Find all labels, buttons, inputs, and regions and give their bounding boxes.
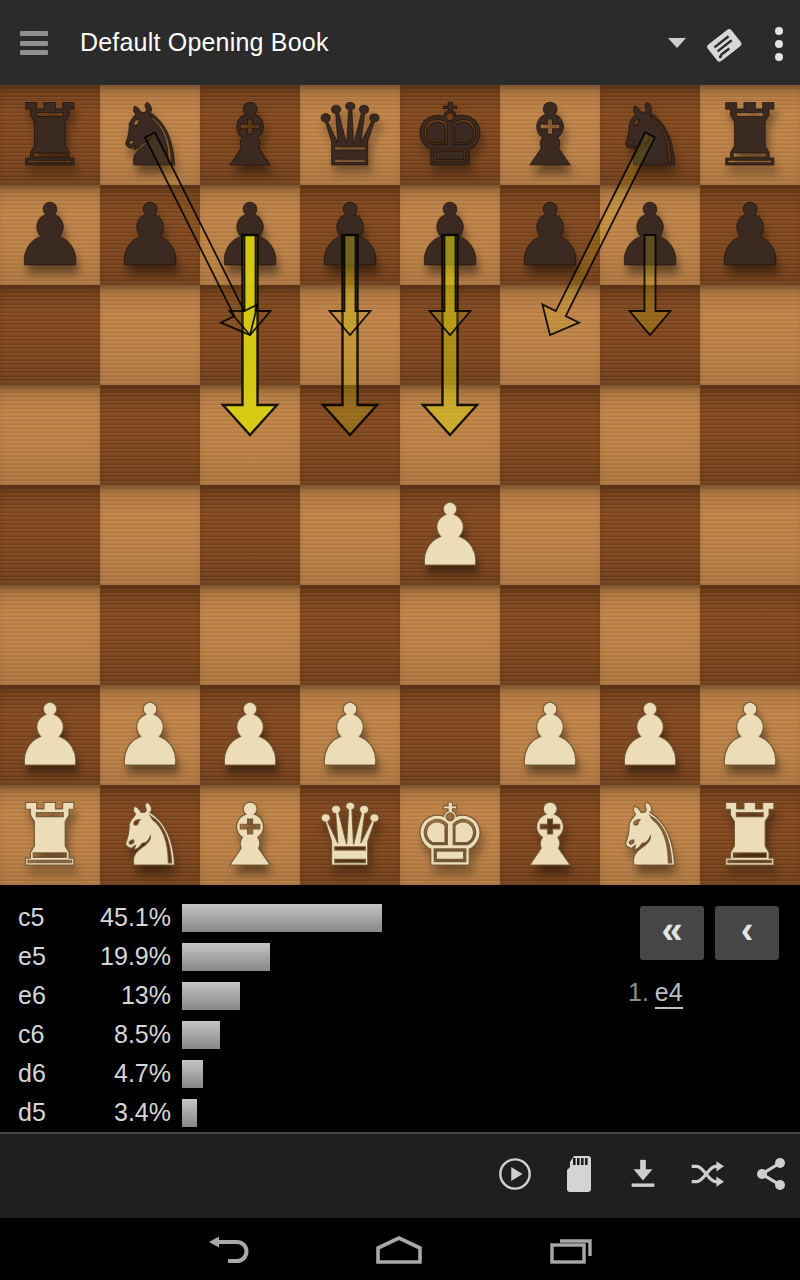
- white-pawn-c2[interactable]: ♟: [200, 685, 300, 785]
- black-bishop-c8[interactable]: ♝: [200, 85, 300, 185]
- black-pawn-c7[interactable]: ♟: [200, 185, 300, 285]
- shuffle-icon[interactable]: [690, 1155, 724, 1193]
- square-h4[interactable]: [700, 485, 800, 585]
- menu-icon[interactable]: [20, 31, 48, 55]
- square-e5[interactable]: [400, 385, 500, 485]
- square-f8[interactable]: ♝: [500, 85, 600, 185]
- square-h6[interactable]: [700, 285, 800, 385]
- book-row-e5[interactable]: e519.9%: [0, 937, 382, 976]
- white-knight-g1[interactable]: ♞: [600, 785, 700, 885]
- book-move-san[interactable]: e6: [0, 981, 76, 1010]
- book-move-bar: [182, 904, 382, 932]
- square-b2[interactable]: ♟: [100, 685, 200, 785]
- app-bar: Default Opening Book: [0, 0, 800, 85]
- square-f6[interactable]: [500, 285, 600, 385]
- square-a8[interactable]: ♜: [0, 85, 100, 185]
- book-move-bar: [182, 1021, 220, 1049]
- square-f2[interactable]: ♟: [500, 685, 600, 785]
- square-c4[interactable]: [200, 485, 300, 585]
- black-knight-b8[interactable]: ♞: [100, 85, 200, 185]
- share-icon[interactable]: [754, 1155, 788, 1193]
- square-c5[interactable]: [200, 385, 300, 485]
- book-title[interactable]: Default Opening Book: [80, 0, 329, 85]
- square-b3[interactable]: [100, 585, 200, 685]
- square-e3[interactable]: [400, 585, 500, 685]
- square-g2[interactable]: ♟: [600, 685, 700, 785]
- square-b1[interactable]: ♞: [100, 785, 200, 885]
- go-to-start-button[interactable]: «: [640, 906, 704, 960]
- square-b5[interactable]: [100, 385, 200, 485]
- black-pawn-h7[interactable]: ♟: [700, 185, 800, 285]
- book-move-percent: 8.5%: [76, 1020, 171, 1049]
- book-move-san[interactable]: c5: [0, 903, 76, 932]
- square-c1[interactable]: ♝: [200, 785, 300, 885]
- white-pawn-b2[interactable]: ♟: [100, 685, 200, 785]
- square-g5[interactable]: [600, 385, 700, 485]
- import-download-icon[interactable]: [626, 1155, 660, 1193]
- square-e6[interactable]: [400, 285, 500, 385]
- square-h1[interactable]: ♜: [700, 785, 800, 885]
- black-pawn-d7[interactable]: ♟: [300, 185, 400, 285]
- square-a5[interactable]: [0, 385, 100, 485]
- black-pawn-e7[interactable]: ♟: [400, 185, 500, 285]
- chess-board[interactable]: ♜♞♝♛♚♝♞♜♟♟♟♟♟♟♟♟♟♟♟♟♟♟♟♟♜♞♝♛♚♝♞♜: [0, 85, 800, 885]
- white-bishop-c1[interactable]: ♝: [200, 785, 300, 885]
- black-pawn-a7[interactable]: ♟: [0, 185, 100, 285]
- square-d3[interactable]: [300, 585, 400, 685]
- square-d6[interactable]: [300, 285, 400, 385]
- black-king-e8[interactable]: ♚: [400, 85, 500, 185]
- black-rook-h8[interactable]: ♜: [700, 85, 800, 185]
- square-h7[interactable]: ♟: [700, 185, 800, 285]
- overflow-menu-icon[interactable]: [774, 27, 784, 61]
- bottom-toolbar: [0, 1132, 800, 1218]
- square-g7[interactable]: ♟: [600, 185, 700, 285]
- square-c6[interactable]: [200, 285, 300, 385]
- white-rook-h1[interactable]: ♜: [700, 785, 800, 885]
- square-h8[interactable]: ♜: [700, 85, 800, 185]
- book-move-san[interactable]: c6: [0, 1020, 76, 1049]
- book-row-e6[interactable]: e613%: [0, 976, 382, 1015]
- white-pawn-d2[interactable]: ♟: [300, 685, 400, 785]
- black-queen-d8[interactable]: ♛: [300, 85, 400, 185]
- square-c3[interactable]: [200, 585, 300, 685]
- book-move-san[interactable]: d6: [0, 1059, 76, 1088]
- book-row-d6[interactable]: d64.7%: [0, 1054, 382, 1093]
- book-row-c6[interactable]: c68.5%: [0, 1015, 382, 1054]
- square-a1[interactable]: ♜: [0, 785, 100, 885]
- square-h2[interactable]: ♟: [700, 685, 800, 785]
- white-queen-d1[interactable]: ♛: [300, 785, 400, 885]
- move-list: 1.e4: [628, 978, 683, 1007]
- square-e8[interactable]: ♚: [400, 85, 500, 185]
- black-pawn-f7[interactable]: ♟: [500, 185, 600, 285]
- square-f1[interactable]: ♝: [500, 785, 600, 885]
- book-move-percent: 19.9%: [76, 942, 171, 971]
- book-move-percent: 13%: [76, 981, 171, 1010]
- nav-home-icon[interactable]: [374, 1236, 424, 1268]
- book-move-percent: 4.7%: [76, 1059, 171, 1088]
- black-knight-g8[interactable]: ♞: [600, 85, 700, 185]
- square-e1[interactable]: ♚: [400, 785, 500, 885]
- square-a2[interactable]: ♟: [0, 685, 100, 785]
- square-f5[interactable]: [500, 385, 600, 485]
- square-h3[interactable]: [700, 585, 800, 685]
- square-g3[interactable]: [600, 585, 700, 685]
- square-d8[interactable]: ♛: [300, 85, 400, 185]
- step-back-button[interactable]: ‹: [715, 906, 779, 960]
- square-e4[interactable]: ♟: [400, 485, 500, 585]
- square-b6[interactable]: [100, 285, 200, 385]
- book-move-percent: 3.4%: [76, 1098, 171, 1127]
- white-bishop-f1[interactable]: ♝: [500, 785, 600, 885]
- square-d4[interactable]: [300, 485, 400, 585]
- white-pawn-h2[interactable]: ♟: [700, 685, 800, 785]
- book-move-bar: [182, 1099, 197, 1127]
- square-g4[interactable]: [600, 485, 700, 585]
- square-h5[interactable]: [700, 385, 800, 485]
- white-knight-b1[interactable]: ♞: [100, 785, 200, 885]
- square-d7[interactable]: ♟: [300, 185, 400, 285]
- black-pawn-g7[interactable]: ♟: [600, 185, 700, 285]
- square-a4[interactable]: [0, 485, 100, 585]
- square-b8[interactable]: ♞: [100, 85, 200, 185]
- square-f3[interactable]: [500, 585, 600, 685]
- white-rook-a1[interactable]: ♜: [0, 785, 100, 885]
- play-icon[interactable]: [498, 1155, 532, 1193]
- white-pawn-e4[interactable]: ♟: [400, 485, 500, 585]
- square-d2[interactable]: ♟: [300, 685, 400, 785]
- book-move-san[interactable]: e5: [0, 942, 76, 971]
- book-move-bar: [182, 982, 240, 1010]
- square-c7[interactable]: ♟: [200, 185, 300, 285]
- square-a7[interactable]: ♟: [0, 185, 100, 285]
- current-move-link[interactable]: e4: [655, 978, 683, 1009]
- square-f7[interactable]: ♟: [500, 185, 600, 285]
- white-pawn-g2[interactable]: ♟: [600, 685, 700, 785]
- book-move-bar: [182, 943, 270, 971]
- book-move-percent: 45.1%: [76, 903, 171, 932]
- nav-recents-icon[interactable]: [547, 1236, 595, 1268]
- square-b4[interactable]: [100, 485, 200, 585]
- square-d5[interactable]: [300, 385, 400, 485]
- square-e7[interactable]: ♟: [400, 185, 500, 285]
- square-a3[interactable]: [0, 585, 100, 685]
- book-move-list: c545.1%e519.9%e613%c68.5%d64.7%d53.4%: [0, 898, 382, 1132]
- android-nav-bar: [0, 1218, 800, 1280]
- square-f4[interactable]: [500, 485, 600, 585]
- book-row-c5[interactable]: c545.1%: [0, 898, 382, 937]
- black-rook-a8[interactable]: ♜: [0, 85, 100, 185]
- white-pawn-a2[interactable]: ♟: [0, 685, 100, 785]
- square-g1[interactable]: ♞: [600, 785, 700, 885]
- square-d1[interactable]: ♛: [300, 785, 400, 885]
- droidfish-opening-book-screen: { "game": "chess", "position": { "fen": …: [0, 0, 800, 1280]
- nav-back-icon[interactable]: [204, 1236, 254, 1268]
- book-move-bar: [182, 1060, 203, 1088]
- white-pawn-f2[interactable]: ♟: [500, 685, 600, 785]
- square-g8[interactable]: ♞: [600, 85, 700, 185]
- square-b7[interactable]: ♟: [100, 185, 200, 285]
- black-bishop-f8[interactable]: ♝: [500, 85, 600, 185]
- square-c2[interactable]: ♟: [200, 685, 300, 785]
- square-c8[interactable]: ♝: [200, 85, 300, 185]
- move-number: 1.: [628, 978, 649, 1006]
- square-g6[interactable]: [600, 285, 700, 385]
- book-row-d5[interactable]: d53.4%: [0, 1093, 382, 1132]
- square-a6[interactable]: [0, 285, 100, 385]
- square-e2[interactable]: [400, 685, 500, 785]
- black-pawn-b7[interactable]: ♟: [100, 185, 200, 285]
- sd-card-icon[interactable]: [562, 1155, 596, 1193]
- book-move-san[interactable]: d5: [0, 1098, 76, 1127]
- chevron-down-icon[interactable]: [668, 38, 686, 48]
- white-king-e1[interactable]: ♚: [400, 785, 500, 885]
- opening-book-panel: c545.1%e519.9%e613%c68.5%d64.7%d53.4% « …: [0, 886, 800, 1132]
- edit-note-icon[interactable]: [702, 21, 746, 65]
